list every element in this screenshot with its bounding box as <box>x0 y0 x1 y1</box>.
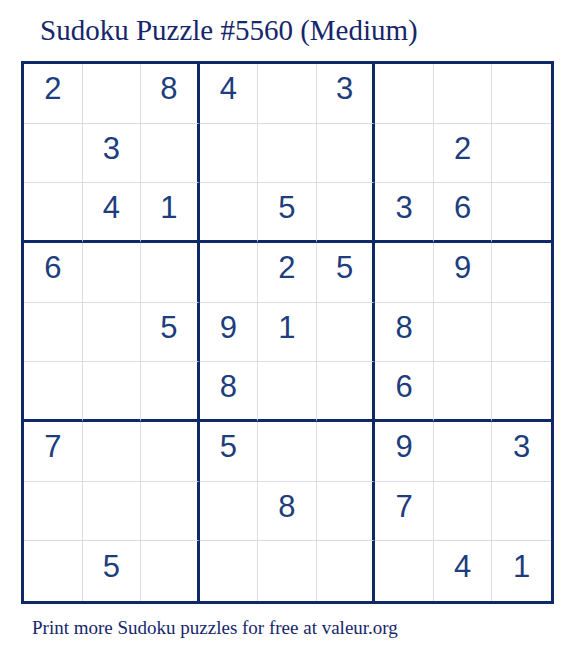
cell-r6c1[interactable] <box>24 362 83 422</box>
given-digit: 3 <box>103 131 120 167</box>
cell-r1c1[interactable]: 2 <box>24 64 83 124</box>
cell-r9c5[interactable] <box>258 541 317 601</box>
cell-r5c4[interactable]: 9 <box>200 303 259 363</box>
given-digit: 5 <box>103 549 120 585</box>
given-digit: 5 <box>220 429 237 465</box>
cell-r5c3[interactable]: 5 <box>141 303 200 363</box>
cell-r3c8[interactable]: 6 <box>434 183 493 243</box>
cell-r8c3[interactable] <box>141 482 200 542</box>
cell-r5c5[interactable]: 1 <box>258 303 317 363</box>
cell-r2c3[interactable] <box>141 124 200 184</box>
cell-r1c9[interactable] <box>492 64 551 124</box>
cell-r2c1[interactable] <box>24 124 83 184</box>
cell-r3c2[interactable]: 4 <box>83 183 142 243</box>
cell-r1c5[interactable] <box>258 64 317 124</box>
cell-r5c9[interactable] <box>492 303 551 363</box>
cell-r7c9[interactable]: 3 <box>492 422 551 482</box>
cell-r5c2[interactable] <box>83 303 142 363</box>
cell-r2c2[interactable]: 3 <box>83 124 142 184</box>
given-digit: 9 <box>220 310 237 346</box>
cell-r6c8[interactable] <box>434 362 493 422</box>
cell-r9c9[interactable]: 1 <box>492 541 551 601</box>
cell-r2c5[interactable] <box>258 124 317 184</box>
sudoku-board: 284332415366259591886759387541 <box>21 61 554 604</box>
cell-r8c8[interactable] <box>434 482 493 542</box>
given-digit: 8 <box>278 489 295 525</box>
cell-r3c3[interactable]: 1 <box>141 183 200 243</box>
cell-r1c2[interactable] <box>83 64 142 124</box>
cell-r2c4[interactable] <box>200 124 259 184</box>
cell-r7c3[interactable] <box>141 422 200 482</box>
cell-r7c1[interactable]: 7 <box>24 422 83 482</box>
given-digit: 5 <box>160 310 177 346</box>
cell-r4c3[interactable] <box>141 243 200 303</box>
given-digit: 6 <box>454 190 471 226</box>
cell-r6c2[interactable] <box>83 362 142 422</box>
cell-r4c2[interactable] <box>83 243 142 303</box>
cell-r9c8[interactable]: 4 <box>434 541 493 601</box>
given-digit: 3 <box>513 429 530 465</box>
cell-r2c6[interactable] <box>317 124 376 184</box>
cell-r8c7[interactable]: 7 <box>375 482 434 542</box>
cell-r9c7[interactable] <box>375 541 434 601</box>
given-digit: 3 <box>395 190 412 226</box>
given-digit: 8 <box>220 369 237 405</box>
cell-r7c4[interactable]: 5 <box>200 422 259 482</box>
given-digit: 2 <box>278 250 295 286</box>
cell-r4c6[interactable]: 5 <box>317 243 376 303</box>
given-digit: 8 <box>395 310 412 346</box>
given-digit: 2 <box>44 71 61 107</box>
cell-r7c7[interactable]: 9 <box>375 422 434 482</box>
cell-r3c5[interactable]: 5 <box>258 183 317 243</box>
cell-r9c6[interactable] <box>317 541 376 601</box>
cell-r9c4[interactable] <box>200 541 259 601</box>
cell-r9c1[interactable] <box>24 541 83 601</box>
given-digit: 1 <box>513 549 530 585</box>
cell-r5c6[interactable] <box>317 303 376 363</box>
cell-r7c8[interactable] <box>434 422 493 482</box>
cell-r6c3[interactable] <box>141 362 200 422</box>
cell-r8c4[interactable] <box>200 482 259 542</box>
cell-r8c1[interactable] <box>24 482 83 542</box>
cell-r3c1[interactable] <box>24 183 83 243</box>
given-digit: 7 <box>395 489 412 525</box>
cell-r3c7[interactable]: 3 <box>375 183 434 243</box>
cell-r6c4[interactable]: 8 <box>200 362 259 422</box>
given-digit: 4 <box>103 190 120 226</box>
cell-r6c6[interactable] <box>317 362 376 422</box>
cell-r9c2[interactable]: 5 <box>83 541 142 601</box>
cell-r1c6[interactable]: 3 <box>317 64 376 124</box>
cell-r2c9[interactable] <box>492 124 551 184</box>
cell-r3c4[interactable] <box>200 183 259 243</box>
cell-r5c8[interactable] <box>434 303 493 363</box>
cell-r1c4[interactable]: 4 <box>200 64 259 124</box>
cell-r3c9[interactable] <box>492 183 551 243</box>
cell-r4c9[interactable] <box>492 243 551 303</box>
given-digit: 5 <box>278 190 295 226</box>
given-digit: 1 <box>278 310 295 346</box>
cell-r3c6[interactable] <box>317 183 376 243</box>
cell-r6c9[interactable] <box>492 362 551 422</box>
cell-r5c1[interactable] <box>24 303 83 363</box>
given-digit: 4 <box>220 71 237 107</box>
cell-r2c8[interactable]: 2 <box>434 124 493 184</box>
cell-r8c6[interactable] <box>317 482 376 542</box>
cell-r6c7[interactable]: 6 <box>375 362 434 422</box>
given-digit: 9 <box>454 250 471 286</box>
given-digit: 6 <box>395 369 412 405</box>
cell-r4c1[interactable]: 6 <box>24 243 83 303</box>
cell-r5c7[interactable]: 8 <box>375 303 434 363</box>
cell-r8c9[interactable] <box>492 482 551 542</box>
cell-r4c7[interactable] <box>375 243 434 303</box>
given-digit: 8 <box>160 71 177 107</box>
given-digit: 6 <box>44 250 61 286</box>
cell-r7c2[interactable] <box>83 422 142 482</box>
given-digit: 1 <box>160 190 177 226</box>
given-digit: 2 <box>454 131 471 167</box>
cell-r6c5[interactable] <box>258 362 317 422</box>
cell-r2c7[interactable] <box>375 124 434 184</box>
given-digit: 3 <box>336 71 353 107</box>
cell-r4c4[interactable] <box>200 243 259 303</box>
footer-note: Print more Sudoku puzzles for free at va… <box>32 617 398 639</box>
cell-r7c5[interactable] <box>258 422 317 482</box>
cell-r4c5[interactable]: 2 <box>258 243 317 303</box>
cell-r8c2[interactable] <box>83 482 142 542</box>
given-digit: 9 <box>395 429 412 465</box>
cell-r1c7[interactable] <box>375 64 434 124</box>
cell-r8c5[interactable]: 8 <box>258 482 317 542</box>
cell-r7c6[interactable] <box>317 422 376 482</box>
given-digit: 7 <box>44 429 61 465</box>
cell-r9c3[interactable] <box>141 541 200 601</box>
cell-r4c8[interactable]: 9 <box>434 243 493 303</box>
cell-r1c8[interactable] <box>434 64 493 124</box>
given-digit: 4 <box>454 549 471 585</box>
page-title: Sudoku Puzzle #5560 (Medium) <box>40 14 418 47</box>
given-digit: 5 <box>336 250 353 286</box>
cell-r1c3[interactable]: 8 <box>141 64 200 124</box>
